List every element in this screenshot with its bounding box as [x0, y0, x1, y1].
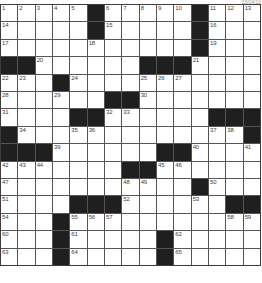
- cell[interactable]: [192, 109, 208, 125]
- cell[interactable]: [209, 249, 225, 265]
- cell[interactable]: 58: [226, 214, 242, 230]
- cell-number: 55: [71, 214, 77, 221]
- cell[interactable]: [209, 214, 225, 230]
- cell[interactable]: 18: [88, 40, 104, 56]
- cell[interactable]: [192, 75, 208, 91]
- cell[interactable]: 52: [122, 196, 138, 212]
- cell[interactable]: [122, 40, 138, 56]
- cell[interactable]: [122, 22, 138, 38]
- black-cell: [53, 231, 69, 247]
- cell[interactable]: [209, 144, 225, 160]
- cell[interactable]: 54: [1, 214, 17, 230]
- cell[interactable]: [209, 162, 225, 178]
- cell[interactable]: 28: [1, 92, 17, 108]
- cell-number: 25: [141, 75, 147, 82]
- cell[interactable]: [122, 231, 138, 247]
- cell[interactable]: [70, 92, 86, 108]
- cell[interactable]: [209, 57, 225, 73]
- cell[interactable]: [174, 22, 190, 38]
- cell[interactable]: [70, 57, 86, 73]
- cell[interactable]: [226, 22, 242, 38]
- cell[interactable]: [88, 179, 104, 195]
- cell-number: 50: [210, 179, 216, 186]
- cell[interactable]: [157, 40, 173, 56]
- black-cell: [122, 92, 138, 108]
- cell[interactable]: 10: [174, 5, 190, 21]
- cell[interactable]: [174, 196, 190, 212]
- cell[interactable]: [157, 179, 173, 195]
- cell-number: 48: [123, 179, 129, 186]
- cell-number: 34: [19, 127, 25, 134]
- cell-number: 49: [141, 179, 147, 186]
- cell[interactable]: 59: [244, 214, 260, 230]
- black-cell: [226, 196, 242, 212]
- cell[interactable]: 21: [192, 57, 208, 73]
- cell-number: 20: [37, 57, 43, 64]
- cell[interactable]: 43: [18, 162, 34, 178]
- cell[interactable]: [192, 162, 208, 178]
- cell[interactable]: [209, 92, 225, 108]
- cell[interactable]: [122, 127, 138, 143]
- cell[interactable]: [36, 127, 52, 143]
- cell-number: 30: [141, 92, 147, 99]
- cell[interactable]: 13: [244, 5, 260, 21]
- cell[interactable]: [122, 214, 138, 230]
- cell[interactable]: 29: [53, 92, 69, 108]
- cell[interactable]: 50: [209, 179, 225, 195]
- cell[interactable]: [157, 22, 173, 38]
- black-cell: [157, 57, 173, 73]
- black-cell: [1, 57, 17, 73]
- cell-number: 4: [54, 5, 57, 12]
- cell[interactable]: [88, 162, 104, 178]
- cell[interactable]: [244, 75, 260, 91]
- cell[interactable]: [244, 92, 260, 108]
- cell[interactable]: [105, 231, 121, 247]
- cell[interactable]: [157, 196, 173, 212]
- cell[interactable]: 35: [70, 127, 86, 143]
- cell[interactable]: [18, 92, 34, 108]
- cell[interactable]: [88, 231, 104, 247]
- cell[interactable]: [53, 179, 69, 195]
- black-cell: [209, 109, 225, 125]
- black-cell: [88, 5, 104, 21]
- cell[interactable]: 4: [53, 5, 69, 21]
- cell[interactable]: 53: [192, 196, 208, 212]
- cell[interactable]: 14: [1, 22, 17, 38]
- black-cell: [192, 5, 208, 21]
- cell[interactable]: [192, 249, 208, 265]
- cell[interactable]: 40: [192, 144, 208, 160]
- cell-number: 63: [2, 249, 8, 256]
- black-cell: [157, 144, 173, 160]
- cell-number: 43: [19, 162, 25, 169]
- cell-number: 61: [71, 231, 77, 238]
- cell-number: 11: [210, 5, 216, 12]
- black-cell: [226, 109, 242, 125]
- cell[interactable]: [140, 196, 156, 212]
- cell[interactable]: 45: [157, 162, 173, 178]
- cell[interactable]: [226, 249, 242, 265]
- cell[interactable]: [36, 214, 52, 230]
- cell[interactable]: 31: [1, 109, 17, 125]
- cell[interactable]: 48: [122, 179, 138, 195]
- cell[interactable]: [140, 144, 156, 160]
- cell[interactable]: 25: [140, 75, 156, 91]
- cell[interactable]: [226, 57, 242, 73]
- cell[interactable]: [174, 179, 190, 195]
- cell[interactable]: [36, 231, 52, 247]
- cell[interactable]: [36, 22, 52, 38]
- cell[interactable]: [244, 249, 260, 265]
- cell[interactable]: 36: [88, 127, 104, 143]
- cell[interactable]: 26: [157, 75, 173, 91]
- cell[interactable]: [157, 127, 173, 143]
- cell[interactable]: [53, 196, 69, 212]
- cell-number: 32: [106, 109, 112, 116]
- cell[interactable]: [36, 92, 52, 108]
- cell-number: 37: [210, 127, 216, 134]
- cell[interactable]: [174, 40, 190, 56]
- cell[interactable]: [244, 162, 260, 178]
- black-cell: [18, 57, 34, 73]
- cell[interactable]: 49: [140, 179, 156, 195]
- crossword-grid: 1234567891011121314151617181920212223242…: [0, 4, 261, 266]
- cell[interactable]: 8: [140, 5, 156, 21]
- black-cell: [192, 179, 208, 195]
- cell[interactable]: 33: [122, 109, 138, 125]
- cell[interactable]: [140, 231, 156, 247]
- cell-number: 44: [37, 162, 43, 169]
- black-cell: [1, 127, 17, 143]
- cell[interactable]: [18, 109, 34, 125]
- cell[interactable]: [140, 249, 156, 265]
- cell-number: 17: [2, 40, 8, 47]
- cell[interactable]: 56: [88, 214, 104, 230]
- cell[interactable]: [88, 92, 104, 108]
- black-cell: [36, 144, 52, 160]
- cell-number: 19: [210, 40, 216, 47]
- cell[interactable]: 23: [18, 75, 34, 91]
- black-cell: [192, 22, 208, 38]
- cell[interactable]: [88, 144, 104, 160]
- cell[interactable]: [70, 40, 86, 56]
- cell[interactable]: [244, 22, 260, 38]
- cell[interactable]: 6: [105, 5, 121, 21]
- cell[interactable]: [122, 249, 138, 265]
- cell[interactable]: [140, 109, 156, 125]
- cell[interactable]: 19: [209, 40, 225, 56]
- cell-number: 5: [71, 5, 74, 12]
- cell[interactable]: [53, 22, 69, 38]
- cell[interactable]: [105, 75, 121, 91]
- cell[interactable]: [226, 162, 242, 178]
- cell[interactable]: [70, 162, 86, 178]
- black-cell: [174, 144, 190, 160]
- cell[interactable]: [122, 75, 138, 91]
- cell[interactable]: [53, 40, 69, 56]
- black-cell: [1, 144, 17, 160]
- cell-number: 53: [193, 196, 199, 203]
- cell[interactable]: [244, 231, 260, 247]
- cell-number: 24: [71, 75, 77, 82]
- cell-number: 28: [2, 92, 8, 99]
- cell-number: 15: [106, 22, 112, 29]
- cell[interactable]: [18, 22, 34, 38]
- cell[interactable]: 9: [157, 5, 173, 21]
- cell-number: 33: [123, 109, 129, 116]
- cell[interactable]: [244, 40, 260, 56]
- cell[interactable]: [174, 127, 190, 143]
- cell[interactable]: [105, 179, 121, 195]
- cell[interactable]: [36, 40, 52, 56]
- cell[interactable]: [140, 127, 156, 143]
- cell-number: 16: [210, 22, 216, 29]
- cell-number: 23: [19, 75, 25, 82]
- cell-number: 47: [2, 179, 8, 186]
- black-cell: [244, 109, 260, 125]
- black-cell: [140, 57, 156, 73]
- cell-number: 26: [158, 75, 164, 82]
- cell[interactable]: [226, 40, 242, 56]
- black-cell: [157, 231, 173, 247]
- cell[interactable]: [157, 109, 173, 125]
- cell[interactable]: 7: [122, 5, 138, 21]
- cell-number: 42: [2, 162, 8, 169]
- cell[interactable]: 63: [1, 249, 17, 265]
- cell[interactable]: 51: [1, 196, 17, 212]
- black-cell: [88, 109, 104, 125]
- cell[interactable]: [53, 109, 69, 125]
- cell-number: 3: [37, 5, 40, 12]
- cell[interactable]: [244, 179, 260, 195]
- cell[interactable]: [140, 40, 156, 56]
- cell[interactable]: [140, 22, 156, 38]
- cell-number: 8: [141, 5, 144, 12]
- cell[interactable]: 57: [105, 214, 121, 230]
- cell-number: 27: [175, 75, 181, 82]
- cell[interactable]: 39: [53, 144, 69, 160]
- cell[interactable]: [105, 249, 121, 265]
- cell[interactable]: [122, 144, 138, 160]
- cell-number: 12: [227, 5, 233, 12]
- cell[interactable]: [36, 249, 52, 265]
- cell[interactable]: [18, 249, 34, 265]
- cell[interactable]: 5: [70, 5, 86, 21]
- cell-number: 52: [123, 196, 129, 203]
- cell[interactable]: 11: [209, 5, 225, 21]
- cell-number: 40: [193, 144, 199, 151]
- cell-number: 46: [175, 162, 181, 169]
- cell[interactable]: [105, 144, 121, 160]
- black-cell: [88, 196, 104, 212]
- cell[interactable]: [140, 214, 156, 230]
- cell-number: 7: [123, 5, 126, 12]
- cell-number: 59: [245, 214, 251, 221]
- cell-number: 10: [175, 5, 181, 12]
- cell-number: 29: [54, 92, 60, 99]
- cell-number: 9: [158, 5, 161, 12]
- black-cell: [53, 249, 69, 265]
- cell[interactable]: 1: [1, 5, 17, 21]
- cell-number: 31: [2, 109, 8, 116]
- cell[interactable]: [18, 179, 34, 195]
- cell[interactable]: 20: [36, 57, 52, 73]
- cell[interactable]: [157, 92, 173, 108]
- cell[interactable]: [192, 214, 208, 230]
- cell[interactable]: [36, 109, 52, 125]
- cell[interactable]: [53, 57, 69, 73]
- cell[interactable]: 3: [36, 5, 52, 21]
- black-cell: [140, 162, 156, 178]
- cell[interactable]: 2: [18, 5, 34, 21]
- cell[interactable]: 42: [1, 162, 17, 178]
- black-cell: [53, 75, 69, 91]
- cell[interactable]: [226, 144, 242, 160]
- cell[interactable]: [226, 75, 242, 91]
- cell[interactable]: [105, 57, 121, 73]
- cell[interactable]: 34: [18, 127, 34, 143]
- cell-number: 21: [193, 57, 199, 64]
- cell[interactable]: 38: [226, 127, 242, 143]
- cell[interactable]: [36, 75, 52, 91]
- cell[interactable]: 24: [70, 75, 86, 91]
- cell[interactable]: 44: [36, 162, 52, 178]
- cell[interactable]: 17: [1, 40, 17, 56]
- cell[interactable]: 16: [209, 22, 225, 38]
- cell[interactable]: 32: [105, 109, 121, 125]
- cell[interactable]: [226, 179, 242, 195]
- cell[interactable]: [36, 179, 52, 195]
- cell[interactable]: 47: [1, 179, 17, 195]
- cell[interactable]: [70, 144, 86, 160]
- cell[interactable]: 15: [105, 22, 121, 38]
- black-cell: [244, 127, 260, 143]
- black-cell: [53, 214, 69, 230]
- cell[interactable]: 37: [209, 127, 225, 143]
- cell[interactable]: [192, 231, 208, 247]
- black-cell: [157, 249, 173, 265]
- cell-number: 64: [71, 249, 77, 256]
- crossword-page: 03/04/10 1234567891011121314151617181920…: [0, 0, 262, 283]
- cell-number: 51: [2, 196, 8, 203]
- cell-number: 39: [54, 144, 60, 151]
- cell[interactable]: [209, 231, 225, 247]
- black-cell: [70, 196, 86, 212]
- cell-number: 35: [71, 127, 77, 134]
- cell-number: 54: [2, 214, 8, 221]
- cell[interactable]: 64: [70, 249, 86, 265]
- cell-number: 1: [2, 5, 5, 12]
- cell-number: 56: [89, 214, 95, 221]
- cell[interactable]: [18, 40, 34, 56]
- cell[interactable]: [122, 57, 138, 73]
- cell-number: 13: [245, 5, 251, 12]
- cell-number: 45: [158, 162, 164, 169]
- black-cell: [174, 57, 190, 73]
- cell[interactable]: [174, 109, 190, 125]
- black-cell: [88, 22, 104, 38]
- cell[interactable]: [88, 249, 104, 265]
- cell-number: 38: [227, 127, 233, 134]
- cell-number: 41: [245, 144, 251, 151]
- cell[interactable]: [209, 196, 225, 212]
- black-cell: [122, 162, 138, 178]
- cell[interactable]: [53, 127, 69, 143]
- black-cell: [244, 196, 260, 212]
- cell-number: 18: [89, 40, 95, 47]
- cell[interactable]: 61: [70, 231, 86, 247]
- cell[interactable]: 46: [174, 162, 190, 178]
- cell[interactable]: [174, 214, 190, 230]
- cell[interactable]: [88, 57, 104, 73]
- cell[interactable]: [88, 75, 104, 91]
- cell[interactable]: 27: [174, 75, 190, 91]
- cell[interactable]: [18, 196, 34, 212]
- cell[interactable]: [192, 127, 208, 143]
- black-cell: [18, 144, 34, 160]
- cell[interactable]: [53, 162, 69, 178]
- cell-number: 2: [19, 5, 22, 12]
- cell[interactable]: 62: [174, 231, 190, 247]
- black-cell: [105, 196, 121, 212]
- cell[interactable]: 55: [70, 214, 86, 230]
- cell-number: 65: [175, 249, 181, 256]
- cell-number: 58: [227, 214, 233, 221]
- cell-number: 14: [2, 22, 8, 29]
- cell[interactable]: [70, 22, 86, 38]
- cell[interactable]: [226, 92, 242, 108]
- cell[interactable]: [70, 179, 86, 195]
- cell-number: 57: [106, 214, 112, 221]
- cell[interactable]: [105, 162, 121, 178]
- cell[interactable]: [105, 40, 121, 56]
- cell-number: 36: [89, 127, 95, 134]
- cell[interactable]: [18, 214, 34, 230]
- cell-number: 60: [2, 231, 8, 238]
- cell[interactable]: [192, 92, 208, 108]
- cell-number: 62: [175, 231, 181, 238]
- cell[interactable]: [174, 92, 190, 108]
- black-cell: [192, 40, 208, 56]
- cell[interactable]: 30: [140, 92, 156, 108]
- cell[interactable]: 60: [1, 231, 17, 247]
- cell[interactable]: [18, 231, 34, 247]
- cell[interactable]: [157, 214, 173, 230]
- cell[interactable]: [105, 127, 121, 143]
- cell-number: 22: [2, 75, 8, 82]
- cell[interactable]: [244, 57, 260, 73]
- cell[interactable]: 65: [174, 249, 190, 265]
- cell[interactable]: 12: [226, 5, 242, 21]
- cell[interactable]: [209, 75, 225, 91]
- cell[interactable]: [36, 196, 52, 212]
- cell-number: 6: [106, 5, 109, 12]
- cell[interactable]: 41: [244, 144, 260, 160]
- cell[interactable]: [226, 231, 242, 247]
- black-cell: [70, 109, 86, 125]
- black-cell: [105, 92, 121, 108]
- cell[interactable]: 22: [1, 75, 17, 91]
